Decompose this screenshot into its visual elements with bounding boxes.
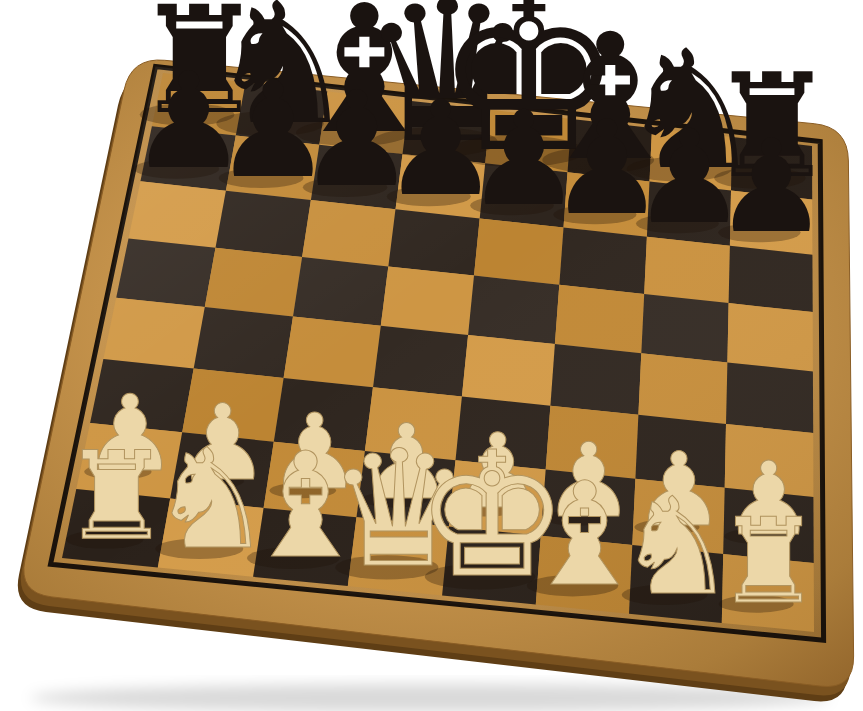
piece-group-h7: ♟ bbox=[714, 112, 829, 261]
piece-black-pawn-h7[interactable]: ♟ bbox=[714, 112, 829, 261]
square-a4[interactable] bbox=[103, 298, 204, 369]
square-e4[interactable] bbox=[462, 335, 555, 406]
square-d5[interactable] bbox=[381, 266, 474, 335]
square-c4[interactable] bbox=[284, 316, 381, 387]
square-e5[interactable] bbox=[468, 276, 559, 345]
square-g4[interactable] bbox=[638, 353, 727, 424]
square-b5[interactable] bbox=[205, 248, 302, 317]
square-h4[interactable] bbox=[726, 362, 813, 433]
square-f5[interactable] bbox=[555, 285, 644, 354]
square-d4[interactable] bbox=[373, 326, 468, 397]
chess-set-photo: ♜♞♝♛♚♝♟♞♟♜♟♟♟♟♟♟♟♟♟♟♟♟♟♟♜♞♝♛♚♝♞♜ bbox=[0, 0, 863, 711]
square-a5[interactable] bbox=[116, 239, 215, 308]
piece-white-rook-h1[interactable]: ♜ bbox=[716, 493, 821, 630]
piece-group-h1: ♜ bbox=[716, 493, 821, 630]
square-g5[interactable] bbox=[641, 294, 728, 362]
square-h5[interactable] bbox=[727, 303, 813, 371]
square-c5[interactable] bbox=[293, 257, 388, 326]
square-b4[interactable] bbox=[194, 307, 293, 378]
square-f4[interactable] bbox=[550, 344, 641, 415]
chess-board: ♜♞♝♛♚♝♟♞♟♜♟♟♟♟♟♟♟♟♟♟♟♟♟♟♜♞♝♛♚♝♞♜ bbox=[0, 0, 863, 711]
